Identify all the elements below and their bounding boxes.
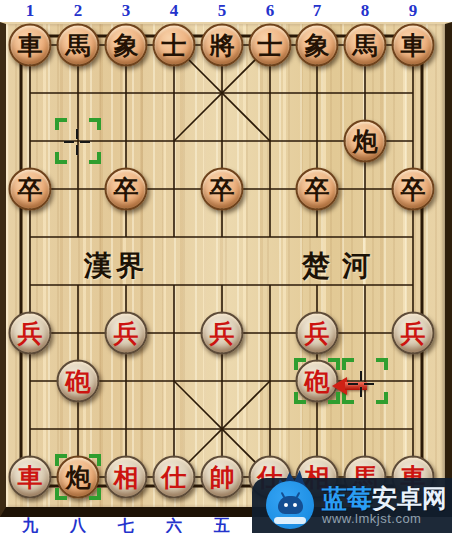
piece-black-soldier-r4c7[interactable]: 卒 xyxy=(296,168,339,211)
piece-black-cannon-r3c8[interactable]: 炮 xyxy=(344,120,387,163)
piece-char: 卒 xyxy=(18,173,43,206)
piece-black-elephant-r1c7[interactable]: 象 xyxy=(296,24,339,67)
piece-char: 仕 xyxy=(162,461,187,494)
piece-char: 象 xyxy=(305,29,330,62)
piece-black-chariot-r1c9[interactable]: 車 xyxy=(392,24,435,67)
file-label-top-2: 2 xyxy=(74,1,83,21)
piece-char: 馬 xyxy=(353,29,378,62)
top-file-labels: 123456789 xyxy=(0,0,452,22)
piece-char: 兵 xyxy=(18,317,43,350)
file-label-bottom-2: 八 xyxy=(70,516,86,533)
piece-char: 兵 xyxy=(401,317,426,350)
piece-black-general-r1c5[interactable]: 將 xyxy=(201,24,244,67)
piece-red-general-r10c5[interactable]: 帥 xyxy=(201,456,244,499)
piece-char: 車 xyxy=(401,29,426,62)
file-label-top-5: 5 xyxy=(218,1,227,21)
piece-char: 卒 xyxy=(210,173,235,206)
file-label-bottom-1: 九 xyxy=(22,516,38,533)
watermark-url: www.lmkjst.com xyxy=(322,512,421,526)
file-label-top-6: 6 xyxy=(266,1,275,21)
piece-black-advisor-r1c6[interactable]: 士 xyxy=(249,24,292,67)
piece-char: 帥 xyxy=(210,461,235,494)
piece-red-advisor-r10c4[interactable]: 仕 xyxy=(153,456,196,499)
piece-black-soldier-r4c1[interactable]: 卒 xyxy=(9,168,52,211)
xiangqi-app-screen: 123456789 漢界 楚河 車馬象士將士象馬車炮卒卒卒卒卒兵兵兵兵兵砲砲車炮… xyxy=(0,0,452,533)
site-logo-icon xyxy=(266,481,314,529)
mascot-hands xyxy=(274,517,306,524)
piece-char: 馬 xyxy=(66,29,91,62)
piece-char: 將 xyxy=(210,29,235,62)
piece-char: 卒 xyxy=(305,173,330,206)
piece-black-soldier-r4c9[interactable]: 卒 xyxy=(392,168,435,211)
piece-char: 炮 xyxy=(66,461,91,494)
piece-black-cannon-r10c2[interactable]: 炮 xyxy=(57,456,100,499)
piece-char: 砲 xyxy=(305,365,330,398)
piece-red-soldier-r7c1[interactable]: 兵 xyxy=(9,312,52,355)
site-name-highlight: 蓝莓 xyxy=(322,484,372,512)
watermark-site-name: 蓝莓安卓网 xyxy=(322,484,447,512)
file-label-top-3: 3 xyxy=(122,1,131,21)
piece-black-horse-r1c8[interactable]: 馬 xyxy=(344,24,387,67)
piece-char: 兵 xyxy=(305,317,330,350)
piece-black-advisor-r1c4[interactable]: 士 xyxy=(153,24,196,67)
piece-red-soldier-r7c5[interactable]: 兵 xyxy=(201,312,244,355)
piece-red-chariot-r10c1[interactable]: 車 xyxy=(9,456,52,499)
piece-char: 炮 xyxy=(353,125,378,158)
piece-char: 兵 xyxy=(210,317,235,350)
piece-red-soldier-r7c7[interactable]: 兵 xyxy=(296,312,339,355)
piece-char: 士 xyxy=(162,29,187,62)
piece-black-soldier-r4c3[interactable]: 卒 xyxy=(105,168,148,211)
site-name-rest: 安卓网 xyxy=(372,484,447,512)
file-label-bottom-5: 五 xyxy=(214,516,230,533)
file-label-top-7: 7 xyxy=(313,1,322,21)
piece-char: 士 xyxy=(258,29,283,62)
file-label-top-8: 8 xyxy=(361,1,370,21)
piece-char: 相 xyxy=(114,461,139,494)
piece-red-cannon-r8c2[interactable]: 砲 xyxy=(57,360,100,403)
piece-red-cannon-r8c7[interactable]: 砲 xyxy=(296,360,339,403)
file-label-bottom-3: 七 xyxy=(118,516,134,533)
file-label-top-1: 1 xyxy=(26,1,35,21)
river-label-chuhe: 楚河 xyxy=(302,249,382,283)
piece-red-soldier-r7c9[interactable]: 兵 xyxy=(392,312,435,355)
piece-red-soldier-r7c3[interactable]: 兵 xyxy=(105,312,148,355)
file-label-top-9: 9 xyxy=(409,1,418,21)
piece-char: 象 xyxy=(114,29,139,62)
piece-char: 砲 xyxy=(66,365,91,398)
piece-black-elephant-r1c3[interactable]: 象 xyxy=(105,24,148,67)
piece-char: 車 xyxy=(18,461,43,494)
piece-black-soldier-r4c5[interactable]: 卒 xyxy=(201,168,244,211)
piece-char: 卒 xyxy=(114,173,139,206)
piece-red-elephant-r10c3[interactable]: 相 xyxy=(105,456,148,499)
file-label-top-4: 4 xyxy=(170,1,179,21)
piece-black-horse-r1c2[interactable]: 馬 xyxy=(57,24,100,67)
piece-char: 兵 xyxy=(114,317,139,350)
android-mascot-icon xyxy=(278,496,303,514)
piece-black-chariot-r1c1[interactable]: 車 xyxy=(9,24,52,67)
xiangqi-board[interactable] xyxy=(0,22,452,517)
file-label-bottom-4: 六 xyxy=(166,516,182,533)
piece-char: 卒 xyxy=(401,173,426,206)
piece-char: 車 xyxy=(18,29,43,62)
river-label-hanjie: 漢界 xyxy=(84,249,148,283)
